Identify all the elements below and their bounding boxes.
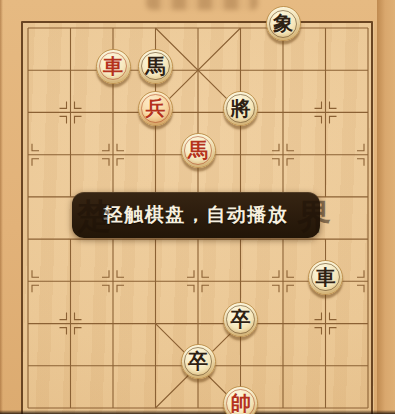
piece-black[interactable]: 卒 (223, 302, 258, 337)
piece-ring (269, 10, 298, 39)
board-cell[interactable]: 帥 (219, 387, 262, 414)
piece-black[interactable]: 車 (308, 260, 343, 295)
piece-black[interactable]: 馬 (138, 49, 173, 84)
piece-red[interactable]: 兵 (138, 91, 173, 126)
board-cell[interactable]: 卒 (219, 302, 262, 344)
piece-red[interactable]: 車 (96, 49, 131, 84)
piece-ring (141, 52, 170, 81)
board-cell[interactable]: 兵 (134, 91, 177, 133)
xiangqi-app-screen: 象車馬兵將馬車卒卒帥 轻触棋盘，自动播放 楚 界 (0, 0, 395, 414)
piece-black[interactable]: 卒 (181, 344, 216, 379)
board-cell[interactable]: 車 (304, 260, 347, 302)
piece-ring (184, 136, 213, 165)
piece-ring (184, 347, 213, 376)
piece-ring (311, 263, 340, 292)
board-cell[interactable]: 車 (92, 49, 135, 91)
board-cell[interactable]: 將 (219, 91, 262, 133)
piece-ring (226, 389, 255, 414)
piece-ring (226, 94, 255, 123)
river-label-jie: 界 (297, 194, 331, 240)
board-cell[interactable]: 馬 (177, 133, 220, 175)
piece-ring (99, 52, 128, 81)
piece-black[interactable]: 象 (266, 6, 301, 41)
river-label-chu: 楚 (77, 194, 111, 240)
piece-red[interactable]: 馬 (181, 133, 216, 168)
board-cell[interactable]: 卒 (177, 344, 220, 386)
board-cell[interactable]: 象 (262, 7, 305, 49)
piece-red[interactable]: 帥 (223, 386, 258, 414)
piece-black[interactable]: 將 (223, 91, 258, 126)
board-cell[interactable]: 馬 (134, 49, 177, 91)
piece-ring (226, 305, 255, 334)
autoplay-tooltip-text: 轻触棋盘，自动播放 (104, 202, 289, 228)
piece-ring (141, 94, 170, 123)
